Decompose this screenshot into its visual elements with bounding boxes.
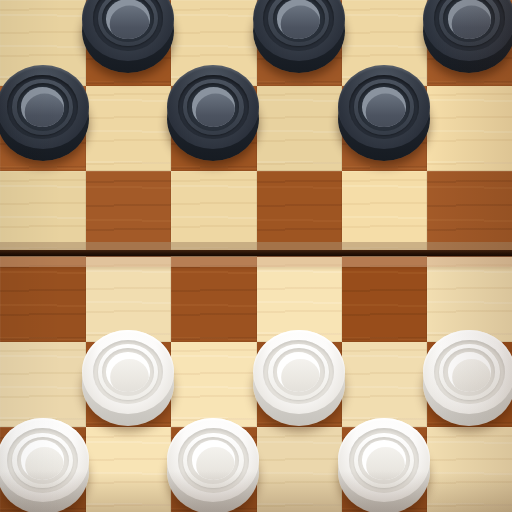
white-checker[interactable] [0,418,89,512]
checker-face [338,65,430,149]
dark-checker[interactable] [423,0,512,73]
checker-face [0,65,89,149]
board-square[interactable] [171,256,257,342]
board-square[interactable] [256,427,342,512]
checker-face [0,418,89,502]
checker-face [82,330,174,414]
board-square[interactable] [0,256,86,342]
board-square[interactable] [85,427,171,512]
checker-face [338,418,430,502]
board-square[interactable] [427,85,512,171]
checker-face [253,330,345,414]
board-square[interactable] [341,341,427,427]
dark-checker[interactable] [167,65,259,161]
board-square[interactable] [171,341,257,427]
board-square[interactable] [85,85,171,171]
board-square[interactable] [256,85,342,171]
white-checker[interactable] [253,330,345,426]
dark-checker[interactable] [338,65,430,161]
white-checker[interactable] [82,330,174,426]
white-checker[interactable] [423,330,512,426]
dark-checker[interactable] [253,0,345,73]
board-square[interactable] [427,427,512,512]
white-checker[interactable] [167,418,259,512]
board-hinge-lower-bevel [0,256,512,267]
checkers-board [0,0,512,512]
dark-checker[interactable] [82,0,174,73]
board-square[interactable] [341,256,427,342]
board-square[interactable] [0,341,86,427]
dark-checker[interactable] [0,65,89,161]
checker-face [167,65,259,149]
white-checker[interactable] [338,418,430,512]
checker-face [423,330,512,414]
